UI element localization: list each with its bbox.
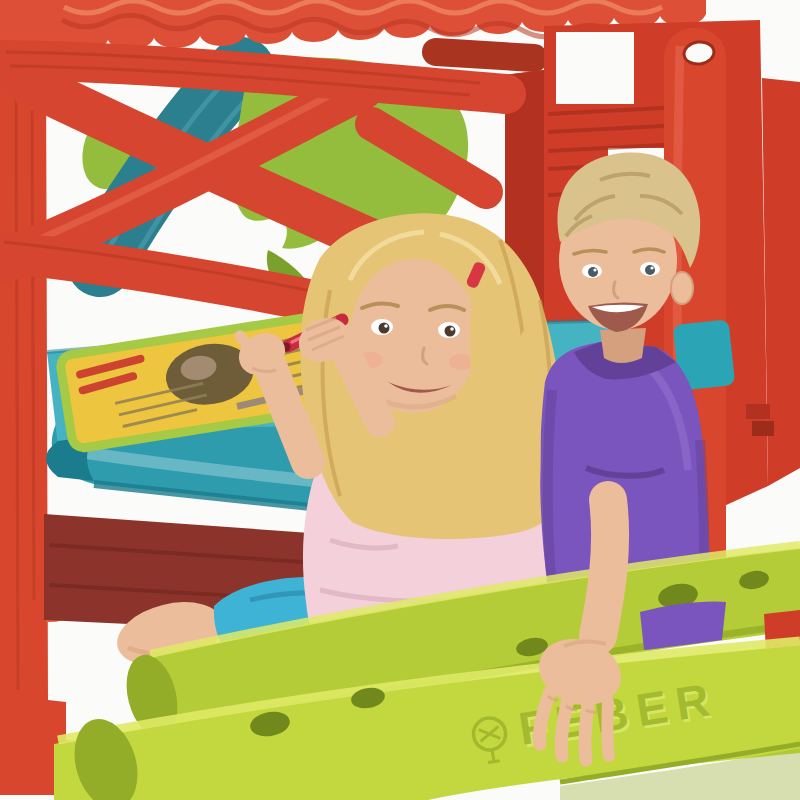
wall-step-notch-2 xyxy=(752,421,774,436)
boy-ear xyxy=(671,272,693,304)
boy-neck xyxy=(600,328,646,363)
playhouse-scene: FEBER FEBER xyxy=(0,0,800,800)
wall-window-cutout xyxy=(556,32,634,104)
boy-forearm xyxy=(598,500,610,636)
wall-step-notch-1 xyxy=(746,404,770,419)
bottom-rail xyxy=(0,252,348,308)
product-photo: Two toddlers play at a red plastic FEBER… xyxy=(0,0,800,800)
side-rail-stub xyxy=(436,52,534,58)
